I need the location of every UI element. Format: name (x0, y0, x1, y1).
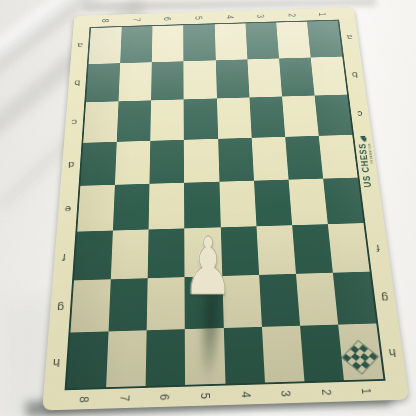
square-a6 (152, 25, 184, 62)
square-h4 (223, 327, 264, 384)
square-f8 (74, 231, 113, 281)
square-b2 (279, 58, 315, 97)
square-b4 (215, 59, 249, 98)
square-e1 (323, 178, 363, 225)
square-a7 (120, 26, 152, 63)
square-b3 (247, 58, 282, 97)
square-e8 (77, 185, 115, 232)
square-h7 (106, 330, 147, 387)
square-g1 (333, 272, 377, 325)
square-c8 (83, 101, 118, 142)
square-a4 (214, 23, 247, 60)
square-f6 (148, 228, 185, 278)
playfield (65, 20, 386, 391)
square-a3 (245, 23, 279, 60)
square-a8 (89, 27, 122, 64)
square-e3 (254, 180, 292, 227)
square-c1 (314, 95, 352, 136)
square-a1 (307, 21, 342, 58)
square-h8 (67, 331, 109, 388)
square-h3 (262, 326, 305, 383)
square-b6 (151, 61, 184, 100)
square-b7 (119, 62, 152, 101)
square-d1 (319, 135, 358, 179)
square-c3 (249, 97, 285, 138)
square-g2 (296, 273, 338, 326)
square-e7 (113, 184, 150, 231)
square-e2 (288, 179, 327, 226)
square-c2 (282, 96, 319, 137)
square-g8 (70, 279, 110, 332)
square-b8 (86, 63, 120, 102)
square-f3 (256, 225, 296, 275)
square-d2 (285, 136, 323, 180)
square-d7 (115, 141, 150, 185)
square-d5 (184, 139, 219, 183)
photo-scene: 87654321 87654321 abcdefgh abcfgh ♞ US C… (0, 0, 416, 416)
square-f2 (292, 224, 333, 274)
square-h6 (146, 329, 186, 386)
square-g3 (259, 274, 300, 327)
piece-white-pawn: ♟ (183, 210, 227, 324)
square-f1 (328, 223, 370, 273)
board-mat: 87654321 87654321 abcdefgh abcfgh ♞ US C… (42, 8, 409, 411)
square-f7 (111, 229, 149, 279)
square-g7 (109, 278, 148, 331)
square-d8 (80, 142, 117, 186)
square-d6 (150, 140, 185, 184)
square-e6 (149, 183, 185, 230)
square-c6 (150, 99, 184, 140)
knight-icon: ♞ (358, 134, 369, 143)
square-b5 (184, 60, 217, 99)
square-c7 (117, 100, 151, 141)
square-c4 (217, 97, 252, 138)
square-a2 (276, 22, 311, 59)
square-d3 (251, 137, 288, 181)
square-b1 (311, 57, 348, 96)
square-h2 (300, 325, 344, 382)
square-d4 (218, 138, 254, 182)
square-c5 (184, 98, 218, 139)
square-g6 (147, 277, 185, 330)
square-a5 (184, 24, 216, 61)
